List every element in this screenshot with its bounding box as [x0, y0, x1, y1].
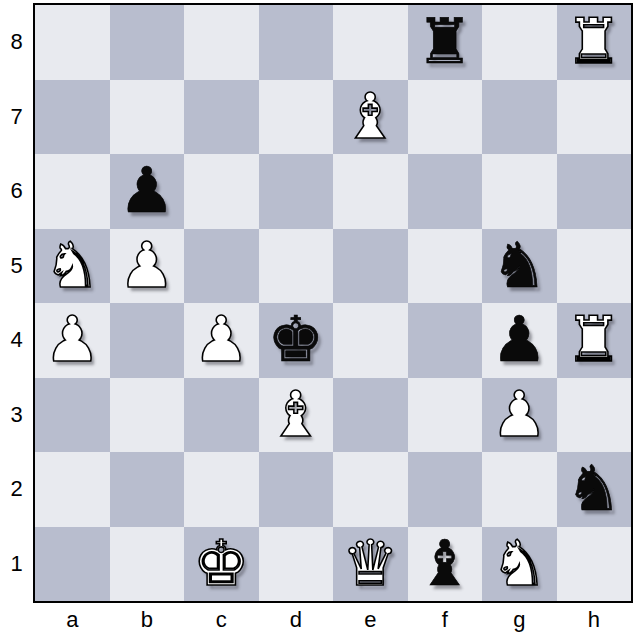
- file-label-h: h: [557, 607, 632, 633]
- rank-label-2: 2: [0, 452, 33, 527]
- square-a3[interactable]: [35, 378, 110, 453]
- square-c5[interactable]: [184, 229, 259, 304]
- white-pawn[interactable]: ♟: [119, 229, 175, 304]
- file-label-g: g: [482, 607, 557, 633]
- file-labels: abcdefgh: [35, 606, 631, 634]
- square-a2[interactable]: [35, 452, 110, 527]
- square-a5[interactable]: ♞: [35, 229, 110, 304]
- square-e1[interactable]: ♛: [333, 527, 408, 602]
- square-h6[interactable]: [557, 154, 632, 229]
- file-label-e: e: [333, 607, 408, 633]
- rank-label-3: 3: [0, 378, 33, 453]
- white-knight[interactable]: ♞: [491, 527, 547, 602]
- square-a8[interactable]: [35, 5, 110, 80]
- square-c7[interactable]: [184, 80, 259, 155]
- file-label-c: c: [184, 607, 259, 633]
- square-a4[interactable]: ♟: [35, 303, 110, 378]
- square-g2[interactable]: [482, 452, 557, 527]
- square-g5[interactable]: ♞: [482, 229, 557, 304]
- black-pawn[interactable]: ♟: [119, 154, 175, 229]
- square-c2[interactable]: [184, 452, 259, 527]
- square-b5[interactable]: ♟: [110, 229, 185, 304]
- square-h3[interactable]: [557, 378, 632, 453]
- rank-label-6: 6: [0, 154, 33, 229]
- rank-label-8: 8: [0, 5, 33, 80]
- square-b2[interactable]: [110, 452, 185, 527]
- black-knight[interactable]: ♞: [566, 452, 622, 527]
- square-a7[interactable]: [35, 80, 110, 155]
- square-c1[interactable]: ♚: [184, 527, 259, 602]
- square-d1[interactable]: [259, 527, 334, 602]
- square-h5[interactable]: [557, 229, 632, 304]
- square-d2[interactable]: [259, 452, 334, 527]
- black-bishop[interactable]: ♝: [417, 527, 473, 602]
- black-pawn[interactable]: ♟: [491, 303, 547, 378]
- square-e7[interactable]: ♝: [333, 80, 408, 155]
- file-label-f: f: [408, 607, 483, 633]
- white-pawn[interactable]: ♟: [193, 303, 249, 378]
- rank-label-4: 4: [0, 303, 33, 378]
- square-c4[interactable]: ♟: [184, 303, 259, 378]
- square-b6[interactable]: ♟: [110, 154, 185, 229]
- file-label-d: d: [259, 607, 334, 633]
- board-frame: ♜♜♝♟♞♟♞♟♟♚♟♜♝♟♞♚♛♝♞: [33, 3, 633, 603]
- square-e5[interactable]: [333, 229, 408, 304]
- square-b8[interactable]: [110, 5, 185, 80]
- white-bishop[interactable]: ♝: [268, 378, 324, 453]
- square-h7[interactable]: [557, 80, 632, 155]
- rank-label-5: 5: [0, 229, 33, 304]
- white-king[interactable]: ♚: [193, 527, 249, 602]
- square-e6[interactable]: [333, 154, 408, 229]
- white-rook[interactable]: ♜: [566, 303, 622, 378]
- square-f6[interactable]: [408, 154, 483, 229]
- square-g4[interactable]: ♟: [482, 303, 557, 378]
- white-rook[interactable]: ♜: [566, 5, 622, 80]
- square-f1[interactable]: ♝: [408, 527, 483, 602]
- white-pawn[interactable]: ♟: [491, 378, 547, 453]
- square-c3[interactable]: [184, 378, 259, 453]
- square-h1[interactable]: [557, 527, 632, 602]
- square-a6[interactable]: [35, 154, 110, 229]
- white-knight[interactable]: ♞: [44, 229, 100, 304]
- square-f8[interactable]: ♜: [408, 5, 483, 80]
- square-d5[interactable]: [259, 229, 334, 304]
- square-d6[interactable]: [259, 154, 334, 229]
- square-h2[interactable]: ♞: [557, 452, 632, 527]
- black-king[interactable]: ♚: [268, 303, 324, 378]
- rank-label-1: 1: [0, 527, 33, 602]
- square-b7[interactable]: [110, 80, 185, 155]
- black-rook[interactable]: ♜: [417, 5, 473, 80]
- square-d3[interactable]: ♝: [259, 378, 334, 453]
- file-label-b: b: [110, 607, 185, 633]
- square-d4[interactable]: ♚: [259, 303, 334, 378]
- square-e8[interactable]: [333, 5, 408, 80]
- square-d8[interactable]: [259, 5, 334, 80]
- square-g1[interactable]: ♞: [482, 527, 557, 602]
- square-c8[interactable]: [184, 5, 259, 80]
- square-e4[interactable]: [333, 303, 408, 378]
- square-h4[interactable]: ♜: [557, 303, 632, 378]
- square-f4[interactable]: [408, 303, 483, 378]
- white-bishop[interactable]: ♝: [342, 80, 398, 155]
- rank-labels: 87654321: [0, 5, 33, 601]
- square-f5[interactable]: [408, 229, 483, 304]
- square-g7[interactable]: [482, 80, 557, 155]
- chess-board: ♜♜♝♟♞♟♞♟♟♚♟♜♝♟♞♚♛♝♞: [35, 5, 631, 601]
- square-d7[interactable]: [259, 80, 334, 155]
- white-queen[interactable]: ♛: [342, 527, 398, 602]
- square-g3[interactable]: ♟: [482, 378, 557, 453]
- square-e3[interactable]: [333, 378, 408, 453]
- square-f2[interactable]: [408, 452, 483, 527]
- square-b3[interactable]: [110, 378, 185, 453]
- square-a1[interactable]: [35, 527, 110, 602]
- square-e2[interactable]: [333, 452, 408, 527]
- square-c6[interactable]: [184, 154, 259, 229]
- square-h8[interactable]: ♜: [557, 5, 632, 80]
- black-knight[interactable]: ♞: [491, 229, 547, 304]
- square-f3[interactable]: [408, 378, 483, 453]
- rank-label-7: 7: [0, 80, 33, 155]
- square-g8[interactable]: [482, 5, 557, 80]
- square-g6[interactable]: [482, 154, 557, 229]
- white-pawn[interactable]: ♟: [44, 303, 100, 378]
- square-b4[interactable]: [110, 303, 185, 378]
- chess-diagram: 87654321 ♜♜♝♟♞♟♞♟♟♚♟♜♝♟♞♚♛♝♞ abcdefgh: [0, 0, 637, 636]
- file-label-a: a: [35, 607, 110, 633]
- square-f7[interactable]: [408, 80, 483, 155]
- square-b1[interactable]: [110, 527, 185, 602]
